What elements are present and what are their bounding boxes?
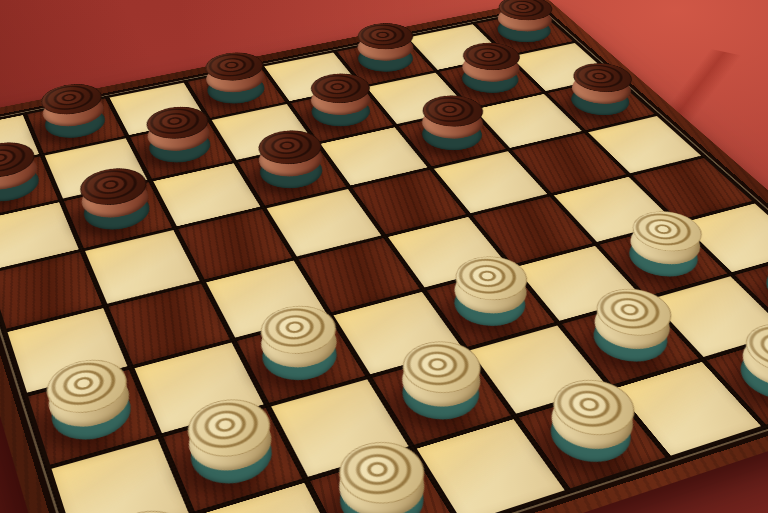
light-man-e6[interactable] [443,278,538,336]
dark-man-f1[interactable] [349,44,421,79]
dark-man-d1[interactable] [200,74,272,111]
dark-man-g2[interactable] [453,64,528,101]
dark-man-d3[interactable] [252,152,332,197]
light-man-c6[interactable] [253,327,348,391]
light-man-f7[interactable] [580,311,681,373]
dark-man-e2[interactable] [304,95,379,134]
light-man-h7[interactable] [752,263,768,320]
square-a7[interactable] [52,439,189,513]
dark-man-b1[interactable] [40,105,112,145]
light-man-g6[interactable] [616,233,710,286]
square-a6[interactable] [28,370,156,465]
square-f5[interactable] [472,196,592,264]
dark-man-h3[interactable] [561,85,640,123]
square-b4[interactable] [85,230,199,303]
light-man-a6[interactable] [45,381,140,451]
photo-scene [0,0,768,513]
dark-man-b3[interactable] [78,190,157,239]
light-man-d7[interactable] [390,363,492,431]
dark-man-c2[interactable] [143,128,218,171]
light-man-c8[interactable] [329,463,438,513]
light-man-e8[interactable] [537,402,646,475]
light-man-b7[interactable] [182,421,284,496]
dark-man-f3[interactable] [412,117,491,159]
dark-man-a2[interactable] [0,164,45,210]
